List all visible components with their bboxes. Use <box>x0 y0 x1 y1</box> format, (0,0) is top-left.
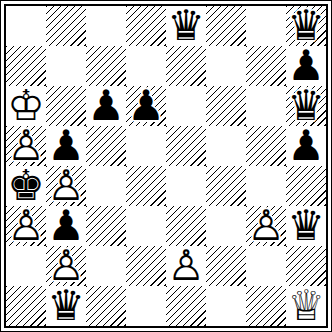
square-h1: ♛♕ <box>286 286 326 326</box>
square-c8 <box>86 6 126 46</box>
black-pawn-icon: ♟ <box>126 86 166 126</box>
square-b8 <box>46 6 86 46</box>
square-a7 <box>6 46 46 86</box>
square-f7 <box>206 46 246 86</box>
square-a5: ♟♙ <box>6 126 46 166</box>
square-e6 <box>166 86 206 126</box>
square-e4 <box>166 166 206 206</box>
square-c3 <box>86 206 126 246</box>
square-e7 <box>166 46 206 86</box>
piece-black-queen: ♛♛ <box>166 6 206 46</box>
square-f5 <box>206 126 246 166</box>
square-b6 <box>46 86 86 126</box>
square-h7: ♟♟ <box>286 46 326 86</box>
black-pawn-icon: ♟ <box>286 46 326 86</box>
piece-white-pawn: ♟♙ <box>46 166 86 206</box>
square-b1: ♛♛ <box>46 286 86 326</box>
piece-black-queen: ♛♛ <box>286 6 326 46</box>
black-king-icon: ♚ <box>6 166 46 206</box>
piece-black-pawn: ♟♟ <box>46 206 86 246</box>
square-e2: ♟♙ <box>166 246 206 286</box>
piece-black-queen: ♛♛ <box>46 286 86 326</box>
square-e1 <box>166 286 206 326</box>
square-h2 <box>286 246 326 286</box>
white-pawn-icon: ♙ <box>166 246 206 286</box>
square-f4 <box>206 166 246 206</box>
black-pawn-icon: ♟ <box>46 126 86 166</box>
white-queen-icon: ♕ <box>286 286 326 326</box>
square-f8 <box>206 6 246 46</box>
square-c6: ♟♟ <box>86 86 126 126</box>
piece-black-pawn: ♟♟ <box>86 86 126 126</box>
square-e5 <box>166 126 206 166</box>
square-b7 <box>46 46 86 86</box>
square-c4 <box>86 166 126 206</box>
piece-white-pawn: ♟♙ <box>246 206 286 246</box>
white-pawn-icon: ♙ <box>46 246 86 286</box>
square-d7 <box>126 46 166 86</box>
piece-white-king: ♚♔ <box>6 86 46 126</box>
white-king-icon: ♔ <box>6 86 46 126</box>
square-d4 <box>126 166 166 206</box>
diagram-frame: ♛♛♛♛♟♟♚♔♟♟♟♟♛♛♟♙♟♟♟♟♚♚♟♙♟♙♟♟♟♙♛♛♟♙♟♙♛♛♛♕ <box>0 0 332 332</box>
square-c2 <box>86 246 126 286</box>
square-a6: ♚♔ <box>6 86 46 126</box>
square-c7 <box>86 46 126 86</box>
square-d3 <box>126 206 166 246</box>
square-d1 <box>126 286 166 326</box>
piece-white-queen: ♛♕ <box>286 286 326 326</box>
square-h4 <box>286 166 326 206</box>
square-g6 <box>246 86 286 126</box>
square-a1 <box>6 286 46 326</box>
white-pawn-icon: ♙ <box>6 206 46 246</box>
white-pawn-icon: ♙ <box>6 126 46 166</box>
square-d8 <box>126 6 166 46</box>
square-f1 <box>206 286 246 326</box>
square-a2 <box>6 246 46 286</box>
piece-white-pawn: ♟♙ <box>6 206 46 246</box>
square-b4: ♟♙ <box>46 166 86 206</box>
piece-black-queen: ♛♛ <box>286 86 326 126</box>
square-c1 <box>86 286 126 326</box>
black-queen-icon: ♛ <box>166 6 206 46</box>
piece-black-pawn: ♟♟ <box>126 86 166 126</box>
square-a4: ♚♚ <box>6 166 46 206</box>
square-g4 <box>246 166 286 206</box>
square-g7 <box>246 46 286 86</box>
piece-white-pawn: ♟♙ <box>6 126 46 166</box>
piece-white-pawn: ♟♙ <box>166 246 206 286</box>
white-pawn-icon: ♙ <box>246 206 286 246</box>
black-queen-icon: ♛ <box>46 286 86 326</box>
square-h8: ♛♛ <box>286 6 326 46</box>
square-g5 <box>246 126 286 166</box>
square-f6 <box>206 86 246 126</box>
black-pawn-icon: ♟ <box>46 206 86 246</box>
black-queen-icon: ♛ <box>286 86 326 126</box>
square-b5: ♟♟ <box>46 126 86 166</box>
square-g2 <box>246 246 286 286</box>
piece-white-pawn: ♟♙ <box>46 246 86 286</box>
square-h5: ♟♟ <box>286 126 326 166</box>
square-b2: ♟♙ <box>46 246 86 286</box>
square-h6: ♛♛ <box>286 86 326 126</box>
black-pawn-icon: ♟ <box>286 126 326 166</box>
piece-black-queen: ♛♛ <box>286 206 326 246</box>
square-h3: ♛♛ <box>286 206 326 246</box>
piece-black-king: ♚♚ <box>6 166 46 206</box>
black-queen-icon: ♛ <box>286 6 326 46</box>
white-pawn-icon: ♙ <box>46 166 86 206</box>
square-g1 <box>246 286 286 326</box>
square-e3 <box>166 206 206 246</box>
piece-black-pawn: ♟♟ <box>286 126 326 166</box>
piece-black-pawn: ♟♟ <box>46 126 86 166</box>
piece-black-pawn: ♟♟ <box>286 46 326 86</box>
square-e8: ♛♛ <box>166 6 206 46</box>
square-g3: ♟♙ <box>246 206 286 246</box>
square-a8 <box>6 6 46 46</box>
square-d2 <box>126 246 166 286</box>
chess-board: ♛♛♛♛♟♟♚♔♟♟♟♟♛♛♟♙♟♟♟♟♚♚♟♙♟♙♟♟♟♙♛♛♟♙♟♙♛♛♛♕ <box>4 4 328 328</box>
square-f3 <box>206 206 246 246</box>
square-b3: ♟♟ <box>46 206 86 246</box>
square-a3: ♟♙ <box>6 206 46 246</box>
square-g8 <box>246 6 286 46</box>
square-d6: ♟♟ <box>126 86 166 126</box>
black-pawn-icon: ♟ <box>86 86 126 126</box>
black-queen-icon: ♛ <box>286 206 326 246</box>
square-d5 <box>126 126 166 166</box>
square-f2 <box>206 246 246 286</box>
square-c5 <box>86 126 126 166</box>
